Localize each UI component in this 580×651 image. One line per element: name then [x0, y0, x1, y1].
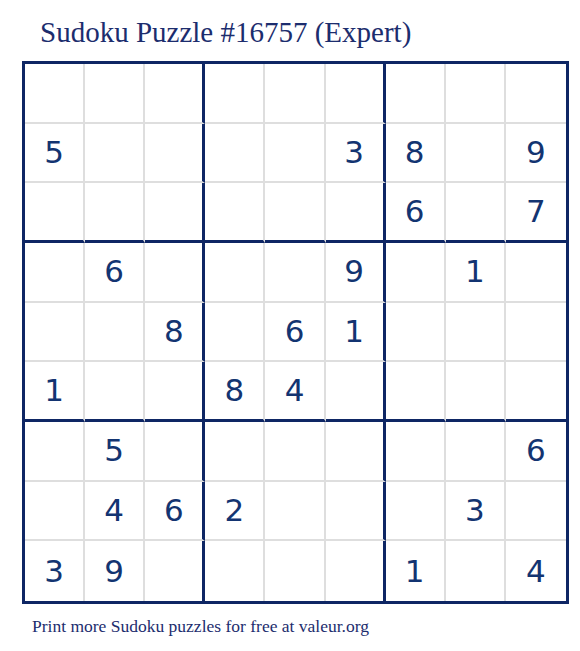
sudoku-cell-r7c8: [446, 422, 506, 482]
sudoku-cell-r8c9: [506, 482, 566, 542]
sudoku-cell-r2c4: [205, 124, 265, 184]
sudoku-cell-r4c4: [205, 243, 265, 303]
sudoku-cell-r2c7: 8: [386, 124, 446, 184]
sudoku-cell-r2c2: [85, 124, 145, 184]
sudoku-cell-r7c9: 6: [506, 422, 566, 482]
sudoku-cell-r9c4: [205, 541, 265, 601]
sudoku-cell-r5c9: [506, 303, 566, 363]
sudoku-cell-r3c3: [145, 183, 205, 243]
sudoku-cell-r4c9: [506, 243, 566, 303]
sudoku-cell-r4c5: [265, 243, 325, 303]
sudoku-cell-r5c4: [205, 303, 265, 363]
sudoku-cell-r8c5: [265, 482, 325, 542]
sudoku-cell-r8c6: [326, 482, 386, 542]
sudoku-cell-r5c7: [386, 303, 446, 363]
sudoku-cell-r5c6: 1: [326, 303, 386, 363]
sudoku-cell-r3c4: [205, 183, 265, 243]
sudoku-cell-r6c2: [85, 362, 145, 422]
sudoku-cell-r8c8: 3: [446, 482, 506, 542]
sudoku-cell-r7c1: [25, 422, 85, 482]
sudoku-cell-r3c6: [326, 183, 386, 243]
sudoku-cell-r1c8: [446, 64, 506, 124]
sudoku-cell-r3c5: [265, 183, 325, 243]
sudoku-cell-r4c8: 1: [446, 243, 506, 303]
sudoku-cell-r1c4: [205, 64, 265, 124]
sudoku-cell-r9c8: [446, 541, 506, 601]
sudoku-cell-r6c3: [145, 362, 205, 422]
sudoku-cell-r4c6: 9: [326, 243, 386, 303]
sudoku-cell-r7c3: [145, 422, 205, 482]
sudoku-cell-r9c9: 4: [506, 541, 566, 601]
sudoku-cell-r1c7: [386, 64, 446, 124]
sudoku-cell-r5c5: 6: [265, 303, 325, 363]
footer-credit: Print more Sudoku puzzles for free at va…: [32, 615, 369, 637]
sudoku-cell-r4c3: [145, 243, 205, 303]
sudoku-cell-r6c4: 8: [205, 362, 265, 422]
sudoku-cell-r8c2: 4: [85, 482, 145, 542]
sudoku-cell-r6c6: [326, 362, 386, 422]
sudoku-board: 5389676918611845646233914: [22, 61, 569, 604]
sudoku-cell-r9c7: 1: [386, 541, 446, 601]
sudoku-cell-r9c1: 3: [25, 541, 85, 601]
sudoku-cell-r3c2: [85, 183, 145, 243]
sudoku-cell-r7c6: [326, 422, 386, 482]
sudoku-cell-r6c1: 1: [25, 362, 85, 422]
sudoku-cell-r6c5: 4: [265, 362, 325, 422]
sudoku-cell-r6c8: [446, 362, 506, 422]
sudoku-cell-r3c8: [446, 183, 506, 243]
sudoku-cell-r6c9: [506, 362, 566, 422]
sudoku-cell-r2c8: [446, 124, 506, 184]
sudoku-cell-r2c9: 9: [506, 124, 566, 184]
sudoku-cell-r2c5: [265, 124, 325, 184]
sudoku-cell-r9c3: [145, 541, 205, 601]
sudoku-cell-r3c1: [25, 183, 85, 243]
sudoku-cell-r8c4: 2: [205, 482, 265, 542]
sudoku-cell-r5c1: [25, 303, 85, 363]
sudoku-cell-r7c5: [265, 422, 325, 482]
sudoku-cell-r4c7: [386, 243, 446, 303]
page-title: Sudoku Puzzle #16757 (Expert): [40, 16, 411, 48]
sudoku-cell-r2c6: 3: [326, 124, 386, 184]
sudoku-cell-r4c2: 6: [85, 243, 145, 303]
sudoku-cell-r7c2: 5: [85, 422, 145, 482]
sudoku-cell-r9c6: [326, 541, 386, 601]
sudoku-cell-r1c2: [85, 64, 145, 124]
sudoku-cell-r8c3: 6: [145, 482, 205, 542]
sudoku-cell-r8c7: [386, 482, 446, 542]
sudoku-cell-r4c1: [25, 243, 85, 303]
sudoku-cell-r3c9: 7: [506, 183, 566, 243]
sudoku-cell-r1c6: [326, 64, 386, 124]
sudoku-cell-r9c2: 9: [85, 541, 145, 601]
sudoku-cell-r5c8: [446, 303, 506, 363]
sudoku-cell-r5c3: 8: [145, 303, 205, 363]
sudoku-cell-r5c2: [85, 303, 145, 363]
sudoku-cell-r1c3: [145, 64, 205, 124]
sudoku-cell-r6c7: [386, 362, 446, 422]
sudoku-cell-r7c7: [386, 422, 446, 482]
sudoku-cell-r1c5: [265, 64, 325, 124]
sudoku-cell-r7c4: [205, 422, 265, 482]
sudoku-cell-r1c9: [506, 64, 566, 124]
sudoku-cell-r9c5: [265, 541, 325, 601]
sudoku-cell-r1c1: [25, 64, 85, 124]
sudoku-cell-r2c1: 5: [25, 124, 85, 184]
sudoku-cell-r8c1: [25, 482, 85, 542]
sudoku-cell-r3c7: 6: [386, 183, 446, 243]
sudoku-cell-r2c3: [145, 124, 205, 184]
